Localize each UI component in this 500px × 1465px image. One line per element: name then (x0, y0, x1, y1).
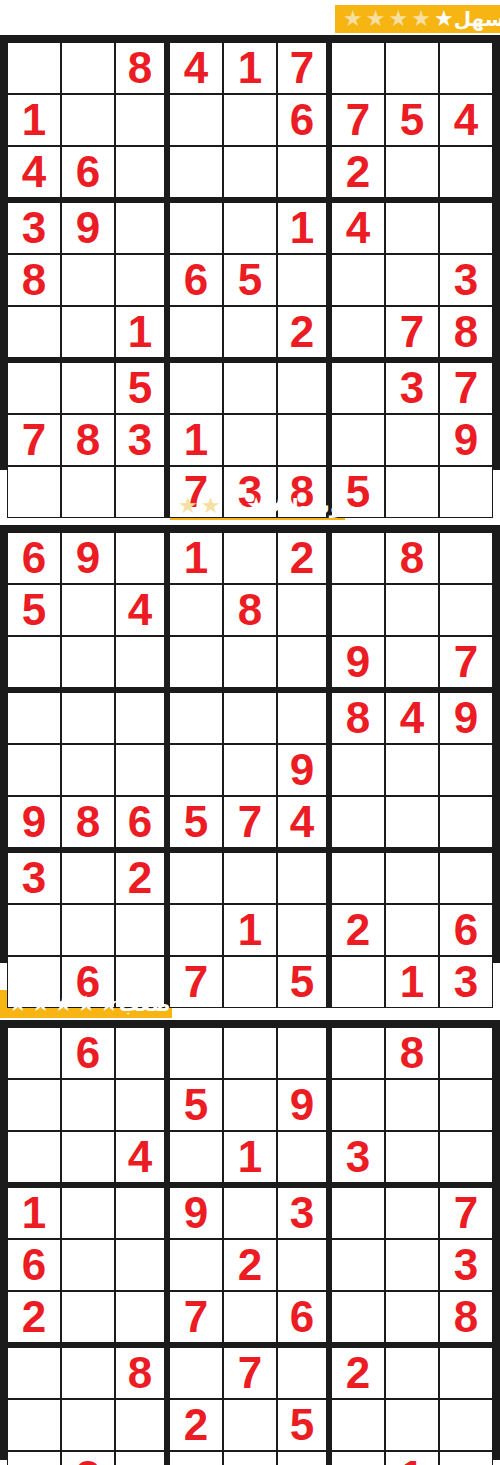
sudoku-cell-r2c3[interactable] (115, 94, 169, 146)
sudoku-cell-r3c7[interactable]: 9 (331, 636, 385, 692)
sudoku-cell-r5c3[interactable] (115, 1239, 169, 1291)
sudoku-cell-r8c9[interactable]: 9 (439, 414, 493, 466)
sudoku-cell-r3c2[interactable] (61, 1131, 115, 1187)
sudoku-cell-r8c6[interactable] (277, 904, 331, 956)
sudoku-cell-r1c3[interactable] (115, 532, 169, 584)
sudoku-cell-r2c4[interactable]: 5 (169, 1079, 223, 1131)
star-filled-icon: ★ (223, 495, 243, 517)
sudoku-cell-r8c2[interactable] (61, 1399, 115, 1451)
sudoku-cell-r1c8[interactable] (385, 42, 439, 94)
sudoku-cell-r1c2[interactable]: 9 (61, 532, 115, 584)
sudoku-cell-r5c6[interactable] (277, 1239, 331, 1291)
star-empty-icon: ★ (343, 8, 363, 30)
sudoku-cell-r7c1[interactable] (7, 362, 61, 414)
sudoku-cell-r4c5[interactable] (223, 202, 277, 254)
sudoku-cell-r4c3[interactable] (115, 202, 169, 254)
sudoku-cell-r3c5[interactable] (223, 146, 277, 202)
sudoku-cell-r1c6[interactable]: 7 (277, 42, 331, 94)
sudoku-cell-r2c9[interactable] (439, 584, 493, 636)
sudoku-cell-r8c2[interactable]: 8 (61, 414, 115, 466)
sudoku-cell-r8c9[interactable] (439, 1399, 493, 1451)
sudoku-cell-r8c3[interactable] (115, 1399, 169, 1451)
sudoku-cell-r6c3[interactable]: 6 (115, 796, 169, 852)
sudoku-cell-r7c4[interactable] (169, 852, 223, 904)
sudoku-cell-r3c6[interactable] (277, 636, 331, 692)
sudoku-cell-r8c5[interactable] (223, 414, 277, 466)
sudoku-cell-r4c4[interactable] (169, 202, 223, 254)
sudoku-cell-r5c7[interactable] (331, 744, 385, 796)
sudoku-cell-r9c7[interactable] (331, 1451, 385, 1465)
sudoku-cell-r5c6[interactable]: 9 (277, 744, 331, 796)
sudoku-cell-r9c9[interactable] (439, 466, 493, 518)
sudoku-cell-r1c9[interactable] (439, 42, 493, 94)
sudoku-cell-r6c9[interactable]: 8 (439, 1291, 493, 1347)
sudoku-cell-r3c8[interactable] (385, 1131, 439, 1187)
puzzle-easy: ★★★★★ سهل 841716754462391486531278537783… (0, 5, 500, 470)
sudoku-cell-r7c5[interactable] (223, 852, 277, 904)
sudoku-cell-r7c3[interactable]: 5 (115, 362, 169, 414)
sudoku-cell-r8c3[interactable] (115, 904, 169, 956)
sudoku-cell-r9c7[interactable] (331, 956, 385, 1008)
sudoku-cell-r5c4[interactable]: 6 (169, 254, 223, 306)
puzzle-hard: ★★★★★ صعب 6859413193762327688722531 (0, 990, 500, 1460)
star-filled-icon: ★ (269, 495, 289, 517)
sudoku-cell-r4c3[interactable] (115, 1187, 169, 1239)
sudoku-cell-r8c5[interactable] (223, 1399, 277, 1451)
sudoku-cell-r7c6[interactable] (277, 362, 331, 414)
sudoku-cell-r9c9[interactable]: 3 (439, 956, 493, 1008)
star-empty-icon: ★ (201, 495, 221, 517)
sudoku-cell-r4c8[interactable] (385, 1187, 439, 1239)
sudoku-cell-r6c8[interactable] (385, 1291, 439, 1347)
sudoku-cell-r8c1[interactable]: 7 (7, 414, 61, 466)
sudoku-cell-r7c1[interactable]: 3 (7, 852, 61, 904)
sudoku-cell-r6c3[interactable] (115, 1291, 169, 1347)
sudoku-cell-r6c2[interactable] (61, 1291, 115, 1347)
star-filled-icon: ★ (31, 993, 51, 1015)
sudoku-cell-r6c4[interactable]: 7 (169, 1291, 223, 1347)
sudoku-cell-r3c8[interactable] (385, 146, 439, 202)
sudoku-cell-r7c8[interactable]: 3 (385, 362, 439, 414)
sudoku-cell-r2c7[interactable] (331, 584, 385, 636)
sudoku-cell-r2c3[interactable] (115, 1079, 169, 1131)
sudoku-cell-r6c9[interactable]: 8 (439, 306, 493, 362)
sudoku-cell-r1c4[interactable] (169, 1027, 223, 1079)
sudoku-cell-r7c9[interactable] (439, 1347, 493, 1399)
sudoku-cell-r7c4[interactable] (169, 362, 223, 414)
sudoku-cell-r6c3[interactable]: 1 (115, 306, 169, 362)
sudoku-cell-r9c4[interactable] (169, 1451, 223, 1465)
sudoku-cell-r3c5[interactable]: 1 (223, 1131, 277, 1187)
sudoku-cell-r4c5[interactable] (223, 1187, 277, 1239)
star-filled-icon: ★ (76, 993, 96, 1015)
sudoku-cell-r8c4[interactable]: 2 (169, 1399, 223, 1451)
sudoku-cell-r7c9[interactable] (439, 852, 493, 904)
sudoku-cell-r5c2[interactable] (61, 1239, 115, 1291)
sudoku-board-medium: 691285489784999865743212667513 (0, 525, 500, 963)
sudoku-cell-r2c9[interactable] (439, 1079, 493, 1131)
sudoku-cell-r3c4[interactable] (169, 146, 223, 202)
difficulty-banner-medium: ★★★★★ وسط (170, 492, 345, 520)
sudoku-cell-r9c1[interactable] (7, 466, 61, 518)
sudoku-cell-r4c9[interactable]: 7 (439, 1187, 493, 1239)
sudoku-cell-r1c7[interactable] (331, 1027, 385, 1079)
difficulty-banner-hard: ★★★★★ صعب (0, 990, 172, 1018)
sudoku-cell-r6c5[interactable]: 7 (223, 796, 277, 852)
sudoku-cell-r7c2[interactable] (61, 362, 115, 414)
sudoku-cell-r2c8[interactable] (385, 1079, 439, 1131)
difficulty-stars: ★★★★★ (178, 495, 289, 517)
sudoku-cell-r9c3[interactable] (115, 466, 169, 518)
sudoku-cell-r6c7[interactable] (331, 1291, 385, 1347)
sudoku-cell-r8c8[interactable] (385, 1399, 439, 1451)
sudoku-cell-r3c6[interactable] (277, 146, 331, 202)
sudoku-cell-r5c7[interactable] (331, 1239, 385, 1291)
sudoku-cell-r7c9[interactable]: 7 (439, 362, 493, 414)
star-filled-icon: ★ (246, 495, 266, 517)
sudoku-cell-r9c8[interactable]: 1 (385, 956, 439, 1008)
sudoku-cell-r4c1[interactable] (7, 692, 61, 744)
star-filled-icon: ★ (53, 993, 73, 1015)
sudoku-cell-r3c4[interactable] (169, 636, 223, 692)
sudoku-cell-r3c8[interactable] (385, 636, 439, 692)
sudoku-cell-r4c2[interactable] (61, 692, 115, 744)
sudoku-page: ★★★★★ سهل 841716754462391486531278537783… (0, 5, 500, 1460)
sudoku-board-easy: 841716754462391486531278537783197385 (0, 35, 500, 470)
sudoku-cell-r8c6[interactable]: 5 (277, 1399, 331, 1451)
sudoku-cell-r1c1[interactable] (7, 1027, 61, 1079)
sudoku-cell-r1c2[interactable] (61, 42, 115, 94)
sudoku-cell-r2c7[interactable] (331, 1079, 385, 1131)
sudoku-cell-r3c7[interactable]: 2 (331, 146, 385, 202)
sudoku-cell-r4c4[interactable] (169, 692, 223, 744)
sudoku-board-hard: 6859413193762327688722531 (0, 1020, 500, 1460)
sudoku-cell-r2c3[interactable]: 4 (115, 584, 169, 636)
sudoku-cell-r4c1[interactable]: 1 (7, 1187, 61, 1239)
sudoku-cell-r7c1[interactable] (7, 1347, 61, 1399)
sudoku-cell-r5c4[interactable] (169, 1239, 223, 1291)
sudoku-cell-r2c2[interactable] (61, 94, 115, 146)
sudoku-cell-r2c5[interactable] (223, 94, 277, 146)
sudoku-cell-r2c2[interactable] (61, 1079, 115, 1131)
sudoku-cell-r9c5[interactable] (223, 956, 277, 1008)
sudoku-cell-r5c1[interactable]: 8 (7, 254, 61, 306)
sudoku-cell-r1c5[interactable]: 1 (223, 42, 277, 94)
sudoku-cell-r7c5[interactable] (223, 362, 277, 414)
sudoku-cell-r4c9[interactable]: 9 (439, 692, 493, 744)
sudoku-cell-r9c8[interactable]: 1 (385, 1451, 439, 1465)
sudoku-cell-r8c3[interactable]: 3 (115, 414, 169, 466)
sudoku-cell-r3c5[interactable] (223, 636, 277, 692)
sudoku-cell-r7c6[interactable] (277, 1347, 331, 1399)
sudoku-cell-r2c2[interactable] (61, 584, 115, 636)
sudoku-cell-r1c9[interactable] (439, 1027, 493, 1079)
sudoku-cell-r7c5[interactable]: 7 (223, 1347, 277, 1399)
sudoku-cell-r6c6[interactable]: 6 (277, 1291, 331, 1347)
sudoku-cell-r4c6[interactable]: 3 (277, 1187, 331, 1239)
sudoku-cell-r1c6[interactable] (277, 1027, 331, 1079)
sudoku-cell-r4c6[interactable] (277, 692, 331, 744)
sudoku-cell-r5c9[interactable]: 3 (439, 254, 493, 306)
sudoku-cell-r9c8[interactable] (385, 466, 439, 518)
sudoku-cell-r8c8[interactable] (385, 414, 439, 466)
sudoku-cell-r3c2[interactable] (61, 636, 115, 692)
sudoku-cell-r8c7[interactable] (331, 414, 385, 466)
sudoku-cell-r7c4[interactable] (169, 1347, 223, 1399)
sudoku-cell-r4c5[interactable] (223, 692, 277, 744)
sudoku-cell-r5c8[interactable] (385, 254, 439, 306)
sudoku-cell-r7c3[interactable]: 2 (115, 852, 169, 904)
sudoku-cell-r7c2[interactable] (61, 1347, 115, 1399)
sudoku-cell-r2c4[interactable] (169, 584, 223, 636)
sudoku-cell-r1c3[interactable]: 8 (115, 42, 169, 94)
sudoku-cell-r1c8[interactable]: 8 (385, 1027, 439, 1079)
sudoku-cell-r8c1[interactable] (7, 1399, 61, 1451)
sudoku-cell-r6c1[interactable] (7, 306, 61, 362)
sudoku-cell-r5c9[interactable] (439, 744, 493, 796)
puzzle-medium: ★★★★★ وسط 691285489784999865743212667513 (0, 492, 500, 963)
sudoku-cell-r6c1[interactable]: 2 (7, 1291, 61, 1347)
sudoku-cell-r4c7[interactable]: 4 (331, 202, 385, 254)
star-filled-icon: ★ (8, 993, 28, 1015)
sudoku-cell-r2c8[interactable]: 5 (385, 94, 439, 146)
sudoku-cell-r2c1[interactable]: 1 (7, 94, 61, 146)
sudoku-cell-r2c7[interactable]: 7 (331, 94, 385, 146)
sudoku-cell-r2c8[interactable] (385, 584, 439, 636)
sudoku-cell-r9c1[interactable] (7, 1451, 61, 1465)
sudoku-cell-r7c3[interactable]: 8 (115, 1347, 169, 1399)
sudoku-cell-r1c3[interactable] (115, 1027, 169, 1079)
sudoku-cell-r3c1[interactable] (7, 1131, 61, 1187)
sudoku-cell-r2c5[interactable]: 8 (223, 584, 277, 636)
sudoku-cell-r3c9[interactable]: 7 (439, 636, 493, 692)
star-empty-icon: ★ (178, 495, 198, 517)
sudoku-cell-r4c1[interactable]: 3 (7, 202, 61, 254)
sudoku-cell-r7c7[interactable] (331, 852, 385, 904)
sudoku-cell-r9c2[interactable] (61, 466, 115, 518)
sudoku-cell-r8c4[interactable]: 1 (169, 414, 223, 466)
star-empty-icon: ★ (411, 8, 431, 30)
sudoku-cell-r6c4[interactable]: 5 (169, 796, 223, 852)
sudoku-cell-r8c8[interactable] (385, 904, 439, 956)
sudoku-cell-r2c6[interactable]: 6 (277, 94, 331, 146)
sudoku-cell-r5c5[interactable]: 5 (223, 254, 277, 306)
sudoku-cell-r6c4[interactable] (169, 306, 223, 362)
sudoku-cell-r4c3[interactable] (115, 692, 169, 744)
sudoku-cell-r9c6[interactable] (277, 1451, 331, 1465)
sudoku-cell-r6c8[interactable]: 7 (385, 306, 439, 362)
sudoku-cell-r9c6[interactable]: 5 (277, 956, 331, 1008)
difficulty-banner-easy: ★★★★★ سهل (335, 5, 500, 33)
sudoku-cell-r8c1[interactable] (7, 904, 61, 956)
sudoku-cell-r8c6[interactable] (277, 414, 331, 466)
sudoku-cell-r1c9[interactable] (439, 532, 493, 584)
sudoku-cell-r5c8[interactable] (385, 1239, 439, 1291)
sudoku-cell-r7c8[interactable] (385, 852, 439, 904)
sudoku-cell-r5c2[interactable] (61, 254, 115, 306)
sudoku-cell-r7c2[interactable] (61, 852, 115, 904)
sudoku-cell-r1c6[interactable]: 2 (277, 532, 331, 584)
sudoku-cell-r1c1[interactable]: 6 (7, 532, 61, 584)
sudoku-cell-r6c1[interactable]: 9 (7, 796, 61, 852)
sudoku-cell-r3c6[interactable] (277, 1131, 331, 1187)
sudoku-cell-r3c3[interactable] (115, 636, 169, 692)
sudoku-cell-r9c9[interactable] (439, 1451, 493, 1465)
sudoku-cell-r4c8[interactable]: 4 (385, 692, 439, 744)
sudoku-cell-r4c7[interactable]: 8 (331, 692, 385, 744)
sudoku-cell-r5c3[interactable] (115, 254, 169, 306)
sudoku-cell-r7c7[interactable] (331, 362, 385, 414)
sudoku-cell-r6c9[interactable] (439, 796, 493, 852)
sudoku-cell-r1c7[interactable] (331, 42, 385, 94)
sudoku-cell-r9c3[interactable] (115, 1451, 169, 1465)
sudoku-cell-r8c7[interactable] (331, 1399, 385, 1451)
sudoku-cell-r1c2[interactable]: 6 (61, 1027, 115, 1079)
difficulty-label: وسط (289, 496, 343, 516)
difficulty-stars: ★★★★★ (8, 993, 119, 1015)
sudoku-cell-r5c2[interactable] (61, 744, 115, 796)
sudoku-cell-r7c7[interactable]: 2 (331, 1347, 385, 1399)
sudoku-cell-r3c9[interactable] (439, 1131, 493, 1187)
sudoku-cell-r6c8[interactable] (385, 796, 439, 852)
sudoku-cell-r1c4[interactable]: 1 (169, 532, 223, 584)
sudoku-cell-r6c2[interactable] (61, 306, 115, 362)
sudoku-cell-r5c8[interactable] (385, 744, 439, 796)
star-empty-icon: ★ (388, 8, 408, 30)
sudoku-cell-r5c7[interactable] (331, 254, 385, 306)
sudoku-cell-r8c2[interactable] (61, 904, 115, 956)
sudoku-cell-r2c1[interactable]: 5 (7, 584, 61, 636)
star-filled-icon: ★ (434, 8, 454, 30)
sudoku-cell-r6c5[interactable] (223, 1291, 277, 1347)
sudoku-cell-r8c7[interactable]: 2 (331, 904, 385, 956)
sudoku-cell-r3c1[interactable]: 4 (7, 146, 61, 202)
star-filled-icon: ★ (99, 993, 119, 1015)
sudoku-cell-r1c5[interactable] (223, 1027, 277, 1079)
sudoku-cell-r1c8[interactable]: 8 (385, 532, 439, 584)
sudoku-cell-r2c5[interactable] (223, 1079, 277, 1131)
sudoku-cell-r5c4[interactable] (169, 744, 223, 796)
sudoku-cell-r8c5[interactable]: 1 (223, 904, 277, 956)
sudoku-cell-r7c8[interactable] (385, 1347, 439, 1399)
sudoku-cell-r4c6[interactable]: 1 (277, 202, 331, 254)
sudoku-cell-r2c4[interactable] (169, 94, 223, 146)
sudoku-cell-r3c1[interactable] (7, 636, 61, 692)
sudoku-cell-r4c9[interactable] (439, 202, 493, 254)
sudoku-cell-r1c4[interactable]: 4 (169, 42, 223, 94)
sudoku-cell-r2c6[interactable] (277, 584, 331, 636)
difficulty-label: سهل (454, 9, 500, 29)
sudoku-cell-r4c4[interactable]: 9 (169, 1187, 223, 1239)
sudoku-cell-r8c4[interactable] (169, 904, 223, 956)
sudoku-cell-r5c5[interactable]: 2 (223, 1239, 277, 1291)
sudoku-cell-r5c1[interactable] (7, 744, 61, 796)
sudoku-cell-r2c1[interactable] (7, 1079, 61, 1131)
sudoku-cell-r6c7[interactable] (331, 306, 385, 362)
sudoku-cell-r6c6[interactable]: 4 (277, 796, 331, 852)
sudoku-cell-r5c3[interactable] (115, 744, 169, 796)
sudoku-cell-r8c9[interactable]: 6 (439, 904, 493, 956)
sudoku-cell-r5c6[interactable] (277, 254, 331, 306)
sudoku-cell-r2c9[interactable]: 4 (439, 94, 493, 146)
sudoku-cell-r4c8[interactable] (385, 202, 439, 254)
sudoku-cell-r5c5[interactable] (223, 744, 277, 796)
sudoku-cell-r7c6[interactable] (277, 852, 331, 904)
sudoku-cell-r3c4[interactable] (169, 1131, 223, 1187)
difficulty-label: صعب (119, 994, 171, 1014)
difficulty-stars: ★★★★★ (343, 8, 454, 30)
sudoku-cell-r6c5[interactable] (223, 306, 277, 362)
sudoku-cell-r2c6[interactable]: 9 (277, 1079, 331, 1131)
sudoku-cell-r9c4[interactable]: 7 (169, 956, 223, 1008)
sudoku-cell-r3c2[interactable]: 6 (61, 146, 115, 202)
sudoku-cell-r6c7[interactable] (331, 796, 385, 852)
sudoku-cell-r1c1[interactable] (7, 42, 61, 94)
sudoku-cell-r5c1[interactable]: 6 (7, 1239, 61, 1291)
sudoku-cell-r6c6[interactable]: 2 (277, 306, 331, 362)
star-empty-icon: ★ (366, 8, 386, 30)
sudoku-cell-r3c9[interactable] (439, 146, 493, 202)
sudoku-cell-r4c2[interactable]: 9 (61, 202, 115, 254)
sudoku-cell-r5c9[interactable]: 3 (439, 1239, 493, 1291)
sudoku-cell-r4c7[interactable] (331, 1187, 385, 1239)
sudoku-cell-r6c2[interactable]: 8 (61, 796, 115, 852)
sudoku-cell-r4c2[interactable] (61, 1187, 115, 1239)
sudoku-cell-r3c3[interactable] (115, 146, 169, 202)
sudoku-cell-r9c5[interactable] (223, 1451, 277, 1465)
sudoku-cell-r1c5[interactable] (223, 532, 277, 584)
sudoku-cell-r3c3[interactable]: 4 (115, 1131, 169, 1187)
sudoku-cell-r1c7[interactable] (331, 532, 385, 584)
sudoku-cell-r3c7[interactable]: 3 (331, 1131, 385, 1187)
sudoku-cell-r9c2[interactable]: 3 (61, 1451, 115, 1465)
